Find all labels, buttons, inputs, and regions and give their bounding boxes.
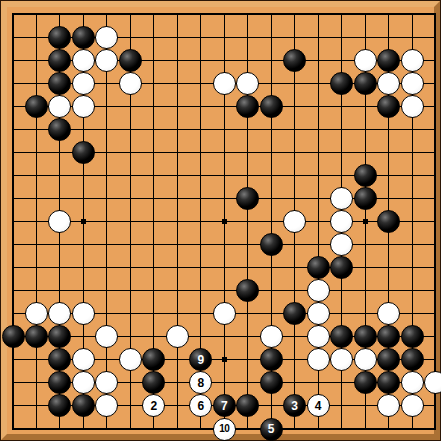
black-stone [330,325,353,348]
white-stone [95,49,118,72]
white-stone [401,371,424,394]
white-stone [307,302,330,325]
black-stone [25,95,48,118]
white-stone [236,72,259,95]
black-stone [48,348,71,371]
black-stone [260,371,283,394]
black-stone [48,394,71,417]
black-stone [354,164,377,187]
white-stone [72,49,95,72]
black-stone [48,325,71,348]
white-stone: 4 [307,394,330,417]
move-number: 10 [219,424,229,434]
black-stone [260,348,283,371]
black-stone [72,26,95,49]
white-stone [330,210,353,233]
black-stone [283,302,306,325]
white-stone [213,72,236,95]
white-stone [377,394,400,417]
white-stone [307,325,330,348]
white-stone [307,279,330,302]
white-stone: 2 [142,394,165,417]
grid-line-horizontal [12,290,436,291]
black-stone [260,95,283,118]
white-stone [95,26,118,49]
white-stone [166,325,189,348]
white-stone [401,95,424,118]
white-stone [330,233,353,256]
black-stone: 3 [283,394,306,417]
white-stone [72,371,95,394]
white-stone: 6 [189,394,212,417]
black-stone [142,348,165,371]
white-stone [330,187,353,210]
black-stone: 7 [213,394,236,417]
black-stone [48,72,71,95]
black-stone [354,187,377,210]
black-stone [377,325,400,348]
black-stone [48,371,71,394]
black-stone [48,118,71,141]
black-stone [377,348,400,371]
black-stone [236,279,259,302]
grid-line-vertical [434,13,436,430]
black-stone [283,49,306,72]
white-stone: 10 [213,418,236,441]
black-stone [354,325,377,348]
black-stone [354,72,377,95]
white-stone [48,302,71,325]
white-stone [424,371,441,394]
black-stone [48,26,71,49]
white-stone [72,72,95,95]
black-stone [236,95,259,118]
white-stone [119,348,142,371]
black-stone [377,371,400,394]
white-stone [401,72,424,95]
white-stone [377,302,400,325]
grid-line-horizontal [12,244,436,245]
black-stone [72,141,95,164]
move-number: 4 [315,400,322,412]
black-stone [260,233,283,256]
white-stone [330,348,353,371]
star-point [363,219,368,224]
white-stone [95,394,118,417]
black-stone [72,394,95,417]
grid-line-horizontal [12,267,436,268]
star-point [222,219,227,224]
white-stone [283,210,306,233]
white-stone [48,95,71,118]
black-stone [25,325,48,348]
go-diagram: 9826734105 [0,0,441,441]
black-stone [142,371,165,394]
white-stone [354,49,377,72]
black-stone [377,95,400,118]
white-stone [25,302,48,325]
black-stone [354,371,377,394]
black-stone [48,49,71,72]
move-number: 8 [197,377,204,389]
white-stone [354,348,377,371]
white-stone [72,348,95,371]
white-stone [307,348,330,371]
black-stone [236,187,259,210]
white-stone [377,72,400,95]
move-number: 9 [197,354,204,366]
white-stone [401,49,424,72]
white-stone [48,210,71,233]
move-number: 2 [150,400,157,412]
black-stone [377,49,400,72]
move-number: 6 [197,400,204,412]
black-stone: 9 [189,348,212,371]
black-stone [401,325,424,348]
white-stone [119,72,142,95]
black-stone [401,348,424,371]
move-number: 7 [221,400,228,412]
black-stone [330,72,353,95]
white-stone: 8 [189,371,212,394]
move-number: 3 [291,400,298,412]
white-stone [95,325,118,348]
black-stone [2,325,25,348]
black-stone [330,256,353,279]
white-stone [213,302,236,325]
white-stone [72,95,95,118]
white-stone [72,302,95,325]
white-stone [95,371,118,394]
move-number: 5 [268,423,275,435]
white-stone [401,394,424,417]
black-stone [307,256,330,279]
black-stone [236,394,259,417]
black-stone [377,210,400,233]
black-stone: 5 [260,418,283,441]
black-stone [119,49,142,72]
go-board: 9826734105 [0,0,441,441]
star-point [81,219,86,224]
star-point [222,357,227,362]
white-stone [260,325,283,348]
